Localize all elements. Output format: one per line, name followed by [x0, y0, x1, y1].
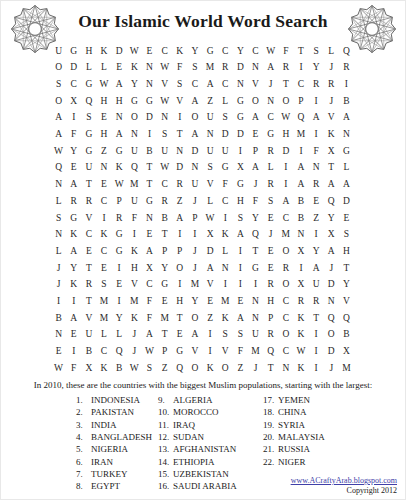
grid-cell: M	[96, 310, 111, 327]
grid-cell: A	[339, 177, 354, 194]
grid-cell: X	[202, 227, 217, 244]
grid-cell: G	[233, 177, 248, 194]
grid-cell: K	[293, 327, 308, 344]
grid-cell: K	[218, 227, 233, 244]
word-number: 22.	[263, 457, 278, 467]
word-list-item: 13.AFGHANISTAN	[158, 443, 237, 455]
grid-cell: G	[81, 127, 96, 144]
grid-cell: G	[112, 143, 127, 160]
word-number: 18.	[263, 407, 278, 417]
grid-cell: V	[202, 177, 217, 194]
grid-cell: W	[293, 344, 308, 361]
grid-cell: C	[263, 110, 278, 127]
grid-cell: O	[127, 110, 142, 127]
grid-cell: A	[66, 243, 81, 260]
word-number: 5.	[76, 444, 91, 454]
grid-cell: T	[248, 243, 263, 260]
grid-cell: C	[96, 344, 111, 361]
grid-cell: T	[293, 43, 308, 60]
grid-cell: T	[324, 160, 339, 177]
grid-cell: W	[202, 210, 217, 227]
word-text: RUSSIA	[278, 444, 310, 454]
grid-cell: I	[172, 277, 187, 294]
grid-cell: E	[233, 294, 248, 311]
grid-cell: A	[278, 193, 293, 210]
grid-cell: V	[248, 76, 263, 93]
grid-cell: A	[263, 60, 278, 77]
grid-cell: O	[51, 60, 66, 77]
grid-cell: N	[142, 210, 157, 227]
grid-cell: C	[157, 177, 172, 194]
grid-cell: E	[157, 294, 172, 311]
page-title: Our Islamic World Word Search	[61, 11, 345, 32]
grid-cell: A	[293, 177, 308, 194]
grid-cell: R	[81, 277, 96, 294]
grid-cell: T	[81, 177, 96, 194]
grid-cell: D	[66, 60, 81, 77]
grid-cell: T	[172, 310, 187, 327]
grid-cell: X	[324, 227, 339, 244]
word-list-item: 15.UZBEKISTAN	[158, 468, 237, 480]
grid-cell: D	[187, 143, 202, 160]
word-text: CHINA	[278, 407, 307, 417]
grid-cell: D	[233, 60, 248, 77]
grid-cell: Q	[263, 344, 278, 361]
grid-cell: B	[339, 93, 354, 110]
grid-cell: I	[96, 210, 111, 227]
grid-cell: T	[278, 76, 293, 93]
grid-cell: O	[248, 93, 263, 110]
grid-cell: O	[278, 243, 293, 260]
grid-cell: V	[157, 76, 172, 93]
grid-cell: Q	[112, 344, 127, 361]
word-list-item: 21.RUSSIA	[263, 443, 325, 455]
grid-cell: K	[96, 43, 111, 60]
grid-cell: S	[263, 193, 278, 210]
grid-cell: A	[293, 160, 308, 177]
grid-cell: F	[172, 60, 187, 77]
word-number: 10.	[158, 407, 173, 417]
word-list-item: 2.PAKISTAN	[76, 406, 152, 418]
grid-cell: B	[112, 360, 127, 377]
word-text: TURKEY	[91, 469, 128, 479]
grid-cell: M	[187, 277, 202, 294]
word-text: BANGLADESH	[91, 432, 152, 442]
grid-cell: V	[202, 277, 217, 294]
grid-cell: I	[172, 110, 187, 127]
grid-cell: A	[324, 177, 339, 194]
grid-cell: W	[157, 93, 172, 110]
grid-cell: I	[309, 327, 324, 344]
grid-cell: A	[187, 93, 202, 110]
grid-cell: D	[324, 344, 339, 361]
word-number: 3.	[76, 420, 91, 430]
word-list-item: 14.ETHIOPIA	[158, 455, 237, 467]
grid-cell: K	[202, 360, 217, 377]
grid-cell: F	[218, 177, 233, 194]
grid-cell: L	[96, 60, 111, 77]
grid-cell: N	[51, 177, 66, 194]
grid-cell: I	[233, 143, 248, 160]
grid-cell: A	[51, 110, 66, 127]
grid-cell: E	[248, 127, 263, 144]
grid-cell: R	[278, 60, 293, 77]
word-text: SAUDI ARABIA	[173, 481, 237, 491]
grid-cell: B	[293, 193, 308, 210]
grid-cell: D	[112, 43, 127, 60]
grid-cell: V	[172, 93, 187, 110]
grid-cell: M	[248, 344, 263, 361]
word-number: 9.	[158, 395, 173, 405]
grid-cell: S	[233, 327, 248, 344]
word-list-item: 9.ALGERIA	[158, 394, 237, 406]
grid-cell: D	[233, 127, 248, 144]
grid-cell: V	[218, 344, 233, 361]
grid-cell: A	[309, 260, 324, 277]
word-text: IRAQ	[173, 420, 195, 430]
website-link[interactable]: www.ACraftyArab.blogspot.com	[291, 476, 397, 486]
word-text: NIGER	[278, 457, 306, 467]
grid-cell: O	[278, 277, 293, 294]
grid-cell: G	[81, 76, 96, 93]
grid-cell: P	[293, 93, 308, 110]
word-number: 15.	[158, 469, 173, 479]
grid-cell: A	[172, 210, 187, 227]
grid-cell: I	[66, 110, 81, 127]
grid-cell: J	[248, 360, 263, 377]
grid-cell: H	[96, 93, 111, 110]
grid-cell: R	[309, 76, 324, 93]
grid-cell: Y	[112, 310, 127, 327]
grid-cell: D	[218, 127, 233, 144]
grid-cell: K	[96, 227, 111, 244]
grid-cell: C	[278, 210, 293, 227]
grid-cell: J	[51, 260, 66, 277]
grid-cell: R	[263, 277, 278, 294]
grid-cell: R	[324, 76, 339, 93]
grid-cell: N	[202, 127, 217, 144]
grid-cell: T	[309, 310, 324, 327]
grid-cell: A	[248, 110, 263, 127]
grid-cell: Y	[324, 210, 339, 227]
grid-cell: I	[293, 143, 308, 160]
word-list-column-2: 9.ALGERIA10.MOROCCO11.IRAQ12.SUDAN13.AFG…	[158, 394, 237, 492]
grid-cell: C	[218, 43, 233, 60]
footer: www.ACraftyArab.blogspot.com Copyright 2…	[291, 476, 397, 496]
grid-cell: F	[127, 210, 142, 227]
grid-cell: P	[248, 143, 263, 160]
grid-cell: W	[157, 160, 172, 177]
grid-cell: H	[339, 243, 354, 260]
word-number: 12.	[158, 432, 173, 442]
grid-cell: C	[66, 76, 81, 93]
grid-cell: C	[157, 43, 172, 60]
word-list-item: 20.MALAYSIA	[263, 431, 325, 443]
grid-cell: H	[233, 193, 248, 210]
word-list-item: 1.INDONESIA	[76, 394, 152, 406]
grid-cell: K	[66, 227, 81, 244]
grid-cell: C	[96, 193, 111, 210]
grid-cell: I	[112, 260, 127, 277]
grid-cell: C	[81, 227, 96, 244]
grid-cell: C	[278, 344, 293, 361]
grid-cell: J	[187, 260, 202, 277]
grid-cell: I	[309, 227, 324, 244]
intro-text: In 2010, these are the countries with th…	[1, 380, 405, 390]
grid-cell: R	[293, 294, 308, 311]
grid-cell: O	[278, 327, 293, 344]
grid-cell: G	[218, 160, 233, 177]
grid-cell: U	[218, 143, 233, 160]
word-number: 19.	[263, 420, 278, 430]
word-number: 2.	[76, 407, 91, 417]
grid-cell: E	[309, 193, 324, 210]
grid-cell: H	[127, 260, 142, 277]
grid-cell: I	[233, 260, 248, 277]
grid-cell: N	[127, 127, 142, 144]
word-text: IRAN	[91, 457, 113, 467]
grid-cell: Q	[248, 227, 263, 244]
grid-cell: G	[263, 127, 278, 144]
grid-cell: S	[51, 210, 66, 227]
word-text: ALGERIA	[173, 395, 213, 405]
grid-cell: M	[293, 127, 308, 144]
grid-cell: X	[66, 93, 81, 110]
grid-cell: T	[172, 127, 187, 144]
word-text: EGYPT	[91, 481, 120, 491]
grid-cell: V	[339, 294, 354, 311]
grid-cell: O	[51, 93, 66, 110]
grid-cell: E	[66, 327, 81, 344]
grid-cell: D	[324, 277, 339, 294]
grid-cell: W	[112, 177, 127, 194]
grid-cell: N	[142, 76, 157, 93]
grid-cell: A	[142, 243, 157, 260]
grid-cell: W	[278, 110, 293, 127]
grid-cell: Y	[309, 60, 324, 77]
grid-cell: H	[81, 43, 96, 60]
grid-cell: S	[218, 327, 233, 344]
word-list-item: 6.IRAN	[76, 455, 152, 467]
grid-cell: Y	[339, 277, 354, 294]
grid-cell: I	[278, 160, 293, 177]
grid-cell: A	[202, 76, 217, 93]
grid-cell: Y	[248, 210, 263, 227]
grid-cell: Y	[157, 260, 172, 277]
grid-cell: Q	[127, 160, 142, 177]
word-text: PAKISTAN	[91, 407, 134, 417]
grid-cell: O	[324, 327, 339, 344]
grid-cell: X	[233, 160, 248, 177]
word-number: 17.	[263, 395, 278, 405]
grid-cell: W	[51, 143, 66, 160]
grid-cell: Y	[127, 76, 142, 93]
word-list-column-3: 17.YEMEN18.CHINA19.SYRIA20.MALAYSIA21.RU…	[263, 394, 325, 468]
grid-cell: G	[66, 43, 81, 60]
grid-cell: A	[339, 110, 354, 127]
grid-cell: L	[218, 243, 233, 260]
grid-cell: N	[51, 227, 66, 244]
grid-cell: I	[233, 277, 248, 294]
grid-cell: Y	[233, 43, 248, 60]
grid-cell: M	[202, 60, 217, 77]
grid-cell: D	[142, 110, 157, 127]
grid-cell: U	[248, 327, 263, 344]
grid-cell: N	[278, 360, 293, 377]
grid-cell: I	[142, 127, 157, 144]
grid-cell: I	[187, 227, 202, 244]
grid-cell: U	[51, 43, 66, 60]
grid-cell: I	[233, 243, 248, 260]
grid-cell: W	[127, 43, 142, 60]
grid-cell: V	[127, 277, 142, 294]
grid-cell: Z	[157, 360, 172, 377]
grid-cell: G	[142, 193, 157, 210]
grid-cell: K	[96, 360, 111, 377]
grid-cell: N	[172, 143, 187, 160]
grid-cell: V	[187, 344, 202, 361]
grid-cell: S	[157, 127, 172, 144]
grid-cell: M	[278, 227, 293, 244]
word-list-item: 12.SUDAN	[158, 431, 237, 443]
grid-cell: N	[248, 310, 263, 327]
grid-cell: M	[157, 310, 172, 327]
grid-cell: P	[187, 210, 202, 227]
grid-cell: R	[172, 177, 187, 194]
grid-cell: E	[263, 243, 278, 260]
grid-cell: A	[66, 310, 81, 327]
word-list-item: 17.YEMEN	[263, 394, 325, 406]
grid-cell: X	[293, 243, 308, 260]
grid-cell: N	[157, 110, 172, 127]
grid-cell: E	[66, 160, 81, 177]
grid-cell: U	[157, 143, 172, 160]
grid-cell: B	[142, 143, 157, 160]
grid-cell: W	[96, 76, 111, 93]
grid-cell: J	[127, 344, 142, 361]
grid-cell: E	[263, 210, 278, 227]
word-list-item: 19.SYRIA	[263, 419, 325, 431]
grid-cell: G	[233, 110, 248, 127]
grid-cell: M	[339, 360, 354, 377]
grid-cell: E	[202, 294, 217, 311]
grid-cell: F	[309, 143, 324, 160]
grid-cell: N	[263, 93, 278, 110]
grid-cell: Q	[324, 310, 339, 327]
grid-cell: C	[278, 310, 293, 327]
grid-cell: J	[127, 327, 142, 344]
grid-cell: T	[263, 360, 278, 377]
grid-cell: Z	[96, 143, 111, 160]
grid-cell: L	[112, 327, 127, 344]
word-list-item: 11.IRAQ	[158, 419, 237, 431]
grid-cell: A	[187, 127, 202, 144]
grid-cell: I	[293, 260, 308, 277]
grid-cell: F	[66, 127, 81, 144]
grid-cell: G	[233, 93, 248, 110]
grid-cell: I	[218, 277, 233, 294]
grid-cell: K	[172, 43, 187, 60]
grid-cell: I	[66, 294, 81, 311]
grid-cell: Q	[81, 93, 96, 110]
grid-cell: E	[96, 260, 111, 277]
grid-cell: N	[96, 160, 111, 177]
grid-cell: U	[309, 277, 324, 294]
grid-cell: G	[172, 344, 187, 361]
grid-cell: R	[157, 193, 172, 210]
word-number: 21.	[263, 444, 278, 454]
grid-cell: S	[309, 43, 324, 60]
grid-cell: M	[218, 294, 233, 311]
word-number: 13.	[158, 444, 173, 454]
grid-cell: T	[142, 160, 157, 177]
grid-cell: U	[81, 160, 96, 177]
grid-cell: A	[66, 177, 81, 194]
grid-cell: G	[127, 93, 142, 110]
grid-cell: Z	[233, 360, 248, 377]
grid-cell: E	[112, 277, 127, 294]
grid-cell: U	[187, 177, 202, 194]
grid-cell: O	[187, 310, 202, 327]
word-text: INDONESIA	[91, 395, 140, 405]
word-text: MALAYSIA	[278, 432, 325, 442]
grid-cell: N	[233, 76, 248, 93]
grid-cell: H	[278, 127, 293, 144]
grid-cell: C	[218, 193, 233, 210]
grid-cell: S	[218, 110, 233, 127]
word-number: 4.	[76, 432, 91, 442]
grid-cell: N	[248, 294, 263, 311]
grid-cell: W	[157, 60, 172, 77]
grid-cell: G	[112, 227, 127, 244]
grid-cell: O	[172, 260, 187, 277]
grid-cell: Q	[339, 43, 354, 60]
grid-cell: X	[324, 143, 339, 160]
grid-cell: A	[202, 260, 217, 277]
grid-cell: I	[218, 210, 233, 227]
grid-cell: N	[309, 160, 324, 177]
grid-cell: G	[248, 260, 263, 277]
word-list-item: 22.NIGER	[263, 455, 325, 467]
grid-cell: O	[187, 360, 202, 377]
grid-cell: E	[112, 60, 127, 77]
grid-cell: U	[202, 143, 217, 160]
word-text: INDIA	[91, 420, 117, 430]
grid-cell: L	[339, 160, 354, 177]
word-list-item: 3.INDIA	[76, 419, 152, 431]
grid-cell: J	[248, 177, 263, 194]
word-text: AFGHANISTAN	[173, 444, 236, 454]
word-list-item: 18.CHINA	[263, 406, 325, 418]
grid-cell: S	[172, 76, 187, 93]
grid-cell: A	[248, 160, 263, 177]
grid-cell: A	[51, 127, 66, 144]
grid-cell: S	[187, 60, 202, 77]
grid-cell: P	[263, 310, 278, 327]
grid-cell: R	[339, 60, 354, 77]
grid-cell: S	[339, 227, 354, 244]
word-number: 1.	[76, 395, 91, 405]
grid-cell: E	[81, 243, 96, 260]
grid-cell: U	[81, 327, 96, 344]
grid-cell: C	[278, 294, 293, 311]
islamic-rosette-ornament-right	[347, 4, 397, 54]
grid-cell: L	[96, 327, 111, 344]
word-number: 20.	[263, 432, 278, 442]
grid-cell: X	[142, 260, 157, 277]
grid-cell: G	[112, 243, 127, 260]
grid-cell: Z	[202, 93, 217, 110]
